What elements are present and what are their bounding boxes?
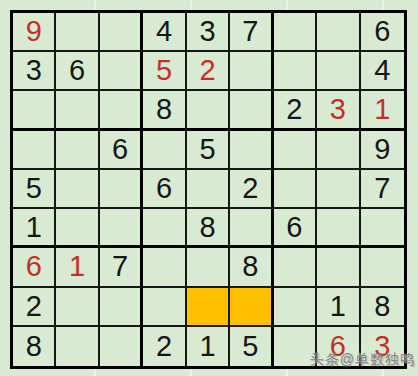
cell-r2c1[interactable]: 3: [13, 52, 56, 91]
cell-r8c5[interactable]: [187, 288, 230, 327]
cell-r1c2[interactable]: [56, 13, 99, 52]
cell-r8c9[interactable]: 8: [361, 288, 404, 327]
cell-r7c8[interactable]: [317, 248, 360, 287]
cell-r9c5[interactable]: 1: [187, 327, 230, 366]
cell-r4c7[interactable]: [274, 131, 317, 170]
cell-r7c3[interactable]: 7: [100, 248, 143, 287]
cell-r6c6[interactable]: [230, 209, 273, 248]
cell-r2c4[interactable]: 5: [143, 52, 186, 91]
cell-r4c2[interactable]: [56, 131, 99, 170]
cell-r5c6[interactable]: 2: [230, 170, 273, 209]
cell-r7c5[interactable]: [187, 248, 230, 287]
cell-r5c4[interactable]: 6: [143, 170, 186, 209]
cell-r8c7[interactable]: [274, 288, 317, 327]
cell-r6c8[interactable]: [317, 209, 360, 248]
cell-r8c4[interactable]: [143, 288, 186, 327]
cell-r3c1[interactable]: [13, 91, 56, 130]
cell-r3c3[interactable]: [100, 91, 143, 130]
cell-r4c4[interactable]: [143, 131, 186, 170]
cell-r5c7[interactable]: [274, 170, 317, 209]
cell-r8c6[interactable]: [230, 288, 273, 327]
cell-r5c2[interactable]: [56, 170, 99, 209]
cell-r4c8[interactable]: [317, 131, 360, 170]
cell-r6c7[interactable]: 6: [274, 209, 317, 248]
cell-r9c6[interactable]: 5: [230, 327, 273, 366]
cell-r7c2[interactable]: 1: [56, 248, 99, 287]
cell-r1c3[interactable]: [100, 13, 143, 52]
cell-r2c9[interactable]: 4: [361, 52, 404, 91]
cell-r6c3[interactable]: [100, 209, 143, 248]
cell-r2c6[interactable]: [230, 52, 273, 91]
cell-r1c4[interactable]: 4: [143, 13, 186, 52]
cell-r5c9[interactable]: 7: [361, 170, 404, 209]
cell-r2c5[interactable]: 2: [187, 52, 230, 91]
cell-r2c7[interactable]: [274, 52, 317, 91]
sudoku-board: 9437636524823165956271866178218821563: [10, 10, 407, 369]
cell-r9c3[interactable]: [100, 327, 143, 366]
cell-r3c5[interactable]: [187, 91, 230, 130]
cell-r1c1[interactable]: 9: [13, 13, 56, 52]
cell-r8c1[interactable]: 2: [13, 288, 56, 327]
sudoku-page: 9437636524823165956271866178218821563 头条…: [0, 0, 418, 376]
cell-r1c7[interactable]: [274, 13, 317, 52]
cell-r5c5[interactable]: [187, 170, 230, 209]
cell-r4c3[interactable]: 6: [100, 131, 143, 170]
cell-r3c4[interactable]: 8: [143, 91, 186, 130]
cell-r7c6[interactable]: 8: [230, 248, 273, 287]
cell-r2c3[interactable]: [100, 52, 143, 91]
cell-r6c4[interactable]: [143, 209, 186, 248]
cell-r4c1[interactable]: [13, 131, 56, 170]
cell-r4c6[interactable]: [230, 131, 273, 170]
cell-r6c2[interactable]: [56, 209, 99, 248]
cell-r5c8[interactable]: [317, 170, 360, 209]
cell-r8c8[interactable]: 1: [317, 288, 360, 327]
cell-r3c2[interactable]: [56, 91, 99, 130]
cell-r9c1[interactable]: 8: [13, 327, 56, 366]
cell-r6c9[interactable]: [361, 209, 404, 248]
cell-r7c7[interactable]: [274, 248, 317, 287]
cell-r1c9[interactable]: 6: [361, 13, 404, 52]
cell-r8c3[interactable]: [100, 288, 143, 327]
cell-r4c5[interactable]: 5: [187, 131, 230, 170]
cell-r3c7[interactable]: 2: [274, 91, 317, 130]
cell-r4c9[interactable]: 9: [361, 131, 404, 170]
cell-r6c5[interactable]: 8: [187, 209, 230, 248]
cell-r2c2[interactable]: 6: [56, 52, 99, 91]
cell-r3c8[interactable]: 3: [317, 91, 360, 130]
watermark: 头条@单数独鸣: [310, 351, 415, 369]
cell-r1c5[interactable]: 3: [187, 13, 230, 52]
cell-r7c1[interactable]: 6: [13, 248, 56, 287]
cell-r2c8[interactable]: [317, 52, 360, 91]
cell-r1c8[interactable]: [317, 13, 360, 52]
cell-r8c2[interactable]: [56, 288, 99, 327]
cell-r9c4[interactable]: 2: [143, 327, 186, 366]
cell-r7c9[interactable]: [361, 248, 404, 287]
cell-r1c6[interactable]: 7: [230, 13, 273, 52]
cell-r3c9[interactable]: 1: [361, 91, 404, 130]
cell-r9c2[interactable]: [56, 327, 99, 366]
cell-r5c1[interactable]: 5: [13, 170, 56, 209]
cell-r5c3[interactable]: [100, 170, 143, 209]
cell-r3c6[interactable]: [230, 91, 273, 130]
cell-r6c1[interactable]: 1: [13, 209, 56, 248]
cell-r7c4[interactable]: [143, 248, 186, 287]
